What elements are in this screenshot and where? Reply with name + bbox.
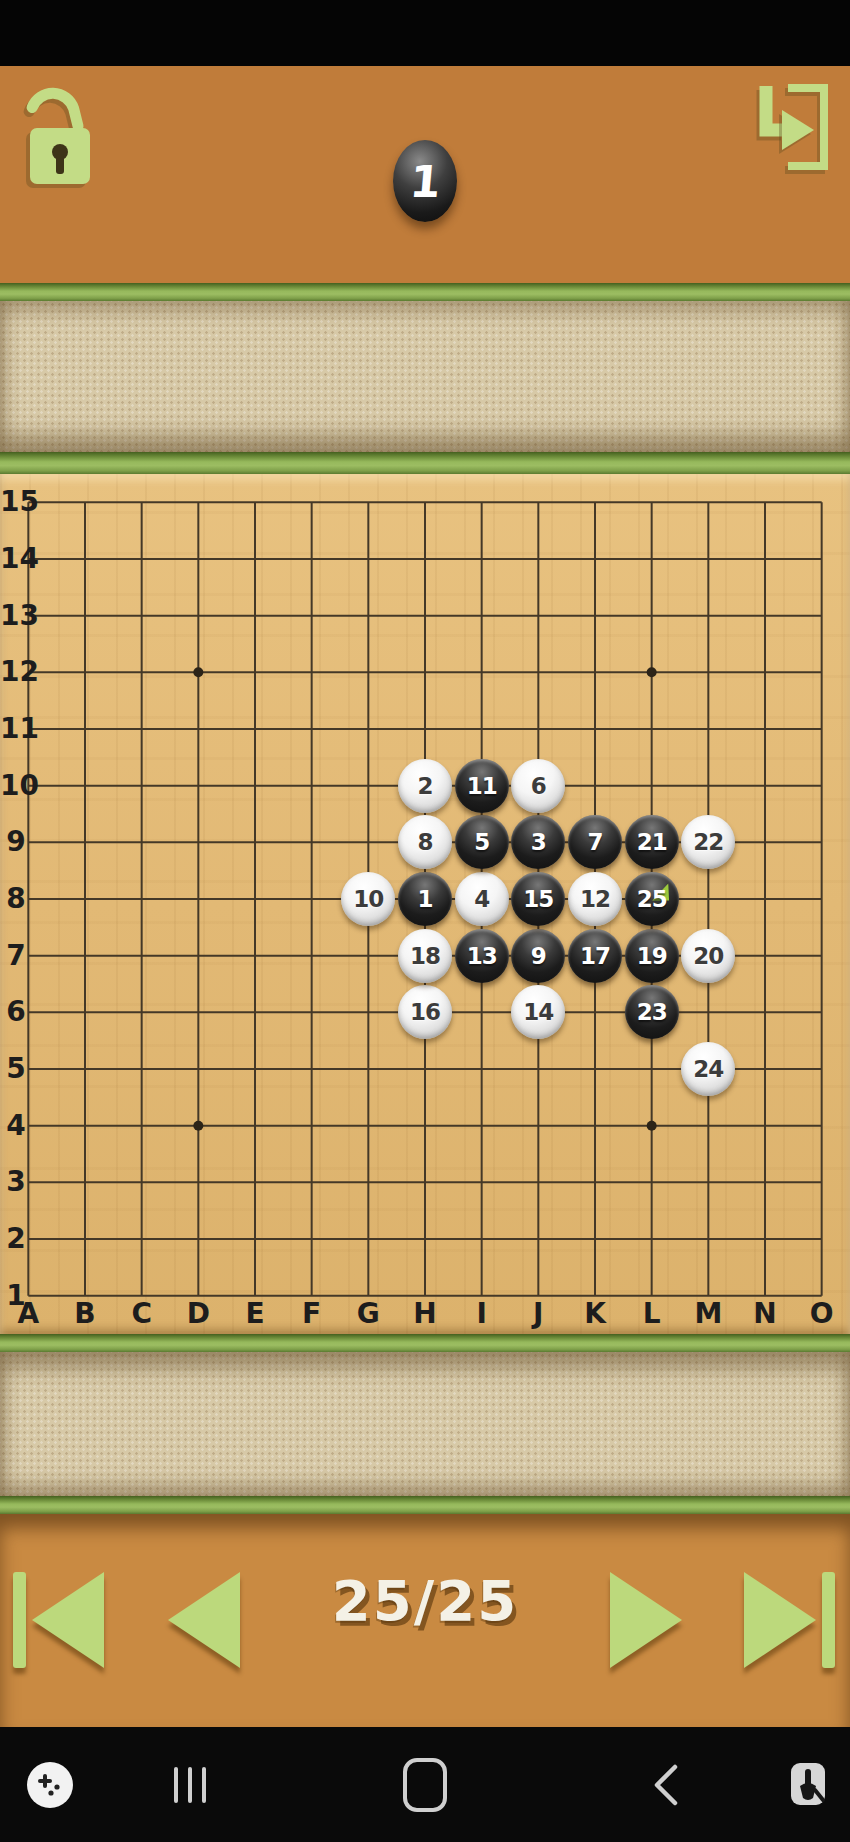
board-cell xyxy=(737,1211,794,1268)
board-cell xyxy=(170,1097,227,1154)
board-cell xyxy=(567,1154,624,1211)
board-cell xyxy=(793,1097,850,1154)
board-cell xyxy=(510,701,567,758)
stone-number: 14 xyxy=(523,999,553,1025)
home-button[interactable] xyxy=(400,1727,450,1842)
board-cell xyxy=(57,814,114,871)
stone-black-11: 11 xyxy=(455,759,509,813)
board-cell xyxy=(170,814,227,871)
board-cell xyxy=(737,587,794,644)
board-cell xyxy=(113,871,170,928)
row-label-3: 3 xyxy=(0,1166,32,1198)
stone-black-17: 17 xyxy=(568,929,622,983)
board-cell xyxy=(340,701,397,758)
board-cell xyxy=(737,701,794,758)
board-cell xyxy=(397,474,454,531)
board-cell xyxy=(227,644,284,701)
board-cell xyxy=(680,644,737,701)
board-cell xyxy=(510,1211,567,1268)
board-cell xyxy=(57,644,114,701)
move-badge-number: 1 xyxy=(407,156,442,207)
board-cell xyxy=(567,1097,624,1154)
stone-number: 1 xyxy=(417,886,432,912)
board-frame-top xyxy=(0,452,850,474)
board-cell xyxy=(623,1097,680,1154)
board-cell xyxy=(57,474,114,531)
board-cell xyxy=(283,984,340,1041)
board-cell xyxy=(397,531,454,588)
board-cell xyxy=(113,1154,170,1211)
board-cell xyxy=(567,984,624,1041)
stone-black-1: 1 xyxy=(398,872,452,926)
stone-white-8: 8 xyxy=(398,815,452,869)
board-cell xyxy=(340,1154,397,1211)
board-cell xyxy=(227,531,284,588)
row-label-6: 6 xyxy=(0,996,32,1028)
board-cell xyxy=(57,757,114,814)
stone-number: 12 xyxy=(580,886,610,912)
row-label-4: 4 xyxy=(0,1110,32,1142)
stone-black-23: 23 xyxy=(625,985,679,1039)
col-label-A: A xyxy=(8,1298,48,1330)
board-cell xyxy=(623,1154,680,1211)
stone-number: 3 xyxy=(531,829,546,855)
col-label-H: H xyxy=(405,1298,445,1330)
board-cell xyxy=(283,644,340,701)
board-cell xyxy=(793,1041,850,1098)
board-grid: 1234567891011121314151617181920212223242… xyxy=(0,474,850,1324)
board-cell xyxy=(793,927,850,984)
stone-white-24: 24 xyxy=(681,1042,735,1096)
board-cell xyxy=(793,1154,850,1211)
board-cell xyxy=(567,587,624,644)
board-cell xyxy=(283,871,340,928)
exit-icon[interactable] xyxy=(752,80,832,184)
stone-number: 9 xyxy=(531,943,546,969)
stone-number: 18 xyxy=(410,943,440,969)
stone-number: 22 xyxy=(693,829,723,855)
stone-black-5: 5 xyxy=(455,815,509,869)
board-cell xyxy=(567,1211,624,1268)
stone-number: 2 xyxy=(417,773,432,799)
board-cell xyxy=(793,757,850,814)
stone-number: 25 xyxy=(637,886,667,912)
board-cell xyxy=(283,1211,340,1268)
next-move-triangle-icon xyxy=(610,1572,682,1668)
board-cell xyxy=(453,984,510,1041)
board-cell xyxy=(453,474,510,531)
row-label-7: 7 xyxy=(0,940,32,972)
stone-number: 15 xyxy=(523,886,553,912)
last-move-bar-icon xyxy=(822,1572,835,1668)
row-label-15: 15 xyxy=(0,486,32,518)
board-cell xyxy=(170,757,227,814)
col-label-M: M xyxy=(688,1298,728,1330)
board-cell xyxy=(113,1041,170,1098)
replay-toolbar: 25/25 xyxy=(0,1514,850,1727)
row-label-14: 14 xyxy=(0,543,32,575)
board-cell xyxy=(793,701,850,758)
board-cell xyxy=(737,757,794,814)
board-cell xyxy=(57,871,114,928)
board-cell xyxy=(397,1211,454,1268)
board-cell xyxy=(57,531,114,588)
board-cell xyxy=(567,474,624,531)
board-cell xyxy=(680,1097,737,1154)
board-cell xyxy=(340,1097,397,1154)
board-cell xyxy=(793,984,850,1041)
board-cell xyxy=(680,531,737,588)
move-counter: 25/25 xyxy=(0,1568,850,1633)
stone-number: 11 xyxy=(467,773,497,799)
board-cell xyxy=(680,871,737,928)
stone-number: 8 xyxy=(417,829,432,855)
board-cell xyxy=(170,927,227,984)
board-cell xyxy=(397,587,454,644)
board-cell xyxy=(340,927,397,984)
board-cell xyxy=(623,644,680,701)
last-move-triangle-icon xyxy=(744,1572,816,1668)
board-cell xyxy=(397,1154,454,1211)
board-cell xyxy=(793,474,850,531)
board-cell xyxy=(340,814,397,871)
board-cell xyxy=(170,531,227,588)
col-label-N: N xyxy=(745,1298,785,1330)
board-cell xyxy=(510,1154,567,1211)
board-cell xyxy=(567,757,624,814)
board-cell xyxy=(283,701,340,758)
stone-number: 4 xyxy=(474,886,489,912)
game-launcher-icon xyxy=(27,1762,73,1808)
board-cell xyxy=(510,1097,567,1154)
stone-black-21: 21 xyxy=(625,815,679,869)
board-cell xyxy=(623,757,680,814)
row-label-9: 9 xyxy=(0,826,32,858)
board-cell xyxy=(227,927,284,984)
stone-black-9: 9 xyxy=(511,929,565,983)
board-cell xyxy=(510,644,567,701)
board-cell xyxy=(567,1041,624,1098)
col-label-E: E xyxy=(235,1298,275,1330)
stone-black-19: 19 xyxy=(625,929,679,983)
board-cell xyxy=(623,1041,680,1098)
board-cell xyxy=(453,1041,510,1098)
stone-number: 20 xyxy=(693,943,723,969)
recents-button[interactable] xyxy=(160,1727,220,1842)
touch-guard-icon xyxy=(787,1760,829,1810)
stone-number: 7 xyxy=(587,829,602,855)
board-cell xyxy=(113,814,170,871)
board-cell xyxy=(227,1097,284,1154)
col-label-G: G xyxy=(348,1298,388,1330)
row-label-5: 5 xyxy=(0,1053,32,1085)
board-cell xyxy=(737,474,794,531)
board-cell xyxy=(737,814,794,871)
android-nav-bar xyxy=(0,1727,850,1842)
board-cell xyxy=(170,644,227,701)
stone-black-15: 15 xyxy=(511,872,565,926)
last-move-button[interactable] xyxy=(744,1572,835,1668)
board-cell xyxy=(227,1154,284,1211)
row-label-2: 2 xyxy=(0,1223,32,1255)
board-cell xyxy=(453,531,510,588)
stone-number: 21 xyxy=(637,829,667,855)
back-button[interactable] xyxy=(640,1727,690,1842)
board-cell xyxy=(680,757,737,814)
background-texture-bottom xyxy=(0,1352,850,1496)
stone-number: 23 xyxy=(637,999,667,1025)
board-cell xyxy=(283,474,340,531)
gomoku-board[interactable]: 1234567891011121314151617181920212223242… xyxy=(0,474,850,1334)
board-cell xyxy=(283,757,340,814)
stone-black-25: 25 xyxy=(625,872,679,926)
board-frame-bottom xyxy=(0,1334,850,1352)
board-cell xyxy=(793,814,850,871)
board-cell xyxy=(340,474,397,531)
board-cell xyxy=(340,531,397,588)
stone-number: 17 xyxy=(580,943,610,969)
status-bar xyxy=(0,0,850,66)
board-cell xyxy=(170,984,227,1041)
col-label-J: J xyxy=(518,1298,558,1330)
board-cell xyxy=(793,587,850,644)
board-cell xyxy=(623,701,680,758)
board-cell xyxy=(170,1154,227,1211)
board-cell xyxy=(227,1211,284,1268)
board-cell xyxy=(57,984,114,1041)
col-label-I: I xyxy=(462,1298,502,1330)
row-label-12: 12 xyxy=(0,656,32,688)
stone-number: 10 xyxy=(353,886,383,912)
board-cell xyxy=(170,1041,227,1098)
board-cell xyxy=(170,871,227,928)
board-cell xyxy=(623,474,680,531)
board-cell xyxy=(113,1211,170,1268)
board-cell xyxy=(57,1154,114,1211)
board-cell xyxy=(453,1154,510,1211)
board-cell xyxy=(453,644,510,701)
divider-strip-bottom xyxy=(0,1496,850,1514)
board-cell xyxy=(57,1211,114,1268)
board-cell xyxy=(283,587,340,644)
board-cell xyxy=(737,1097,794,1154)
header: 1 마요네즈카레1 VS Danielyun09 xyxy=(0,66,850,283)
board-cell xyxy=(57,927,114,984)
recents-icon xyxy=(174,1767,206,1803)
back-icon xyxy=(651,1763,679,1807)
stone-number: 5 xyxy=(474,829,489,855)
board-cell xyxy=(340,757,397,814)
board-cell xyxy=(510,531,567,588)
board-cell xyxy=(793,1211,850,1268)
board-cell xyxy=(113,701,170,758)
background-texture-top xyxy=(0,301,850,452)
stone-number: 6 xyxy=(531,773,546,799)
board-cell xyxy=(340,587,397,644)
board-cell xyxy=(227,1041,284,1098)
board-cell xyxy=(737,871,794,928)
board-cell xyxy=(57,1041,114,1098)
board-cell xyxy=(170,474,227,531)
divider-strip-top xyxy=(0,283,850,301)
board-cell xyxy=(227,587,284,644)
board-cell xyxy=(283,1041,340,1098)
board-cell xyxy=(170,701,227,758)
board-cell xyxy=(283,1154,340,1211)
stone-number: 16 xyxy=(410,999,440,1025)
stone-number: 13 xyxy=(467,943,497,969)
board-cell xyxy=(397,1041,454,1098)
col-label-K: K xyxy=(575,1298,615,1330)
board-cell xyxy=(510,474,567,531)
board-cell xyxy=(57,1097,114,1154)
board-cell xyxy=(623,1211,680,1268)
board-cell xyxy=(623,531,680,588)
board-cell xyxy=(57,587,114,644)
board-cell xyxy=(397,701,454,758)
board-cell xyxy=(737,984,794,1041)
board-cell xyxy=(680,587,737,644)
stone-white-20: 20 xyxy=(681,929,735,983)
row-label-11: 11 xyxy=(0,713,32,745)
home-icon xyxy=(403,1758,447,1812)
board-cell xyxy=(340,984,397,1041)
board-cell xyxy=(227,757,284,814)
board-cell xyxy=(680,1211,737,1268)
row-label-8: 8 xyxy=(0,883,32,915)
board-cell xyxy=(397,1097,454,1154)
board-cell xyxy=(737,531,794,588)
board-cell xyxy=(793,531,850,588)
board-cell xyxy=(227,701,284,758)
board-cell xyxy=(340,644,397,701)
board-cell xyxy=(227,984,284,1041)
board-cell xyxy=(453,1211,510,1268)
board-cell xyxy=(510,1041,567,1098)
board-cell xyxy=(793,871,850,928)
stone-white-2: 2 xyxy=(398,759,452,813)
board-cell xyxy=(283,1097,340,1154)
row-label-13: 13 xyxy=(0,600,32,632)
board-cell xyxy=(453,587,510,644)
col-label-D: D xyxy=(178,1298,218,1330)
stone-black-7: 7 xyxy=(568,815,622,869)
board-cell xyxy=(737,927,794,984)
col-label-L: L xyxy=(632,1298,672,1330)
board-cell xyxy=(113,927,170,984)
board-cell xyxy=(227,814,284,871)
unlock-icon[interactable] xyxy=(18,78,96,190)
board-cell xyxy=(510,587,567,644)
board-cell xyxy=(680,474,737,531)
board-cell xyxy=(113,474,170,531)
board-cell xyxy=(227,474,284,531)
col-label-C: C xyxy=(122,1298,162,1330)
board-cell xyxy=(283,814,340,871)
board-cell xyxy=(283,927,340,984)
stone-white-10: 10 xyxy=(341,872,395,926)
stone-white-12: 12 xyxy=(568,872,622,926)
stone-number: 19 xyxy=(637,943,667,969)
board-cell xyxy=(397,644,454,701)
stone-number: 24 xyxy=(693,1056,723,1082)
stone-white-16: 16 xyxy=(398,985,452,1039)
row-label-10: 10 xyxy=(0,770,32,802)
board-cell xyxy=(623,587,680,644)
game-launcher-button[interactable] xyxy=(22,1727,78,1842)
board-cell xyxy=(170,1211,227,1268)
board-cell xyxy=(567,531,624,588)
stone-white-6: 6 xyxy=(511,759,565,813)
stone-white-18: 18 xyxy=(398,929,452,983)
board-cell xyxy=(113,531,170,588)
board-cell xyxy=(113,587,170,644)
board-cell xyxy=(113,984,170,1041)
board-cell xyxy=(793,644,850,701)
board-cell xyxy=(113,757,170,814)
board-cell xyxy=(57,701,114,758)
next-move-button[interactable] xyxy=(610,1572,682,1668)
board-cell xyxy=(227,871,284,928)
stone-black-13: 13 xyxy=(455,929,509,983)
col-label-F: F xyxy=(292,1298,332,1330)
board-cell xyxy=(737,644,794,701)
board-cell xyxy=(680,1154,737,1211)
stone-white-4: 4 xyxy=(455,872,509,926)
board-cell xyxy=(567,644,624,701)
board-cell xyxy=(113,644,170,701)
board-cell xyxy=(113,1097,170,1154)
board-cell xyxy=(283,531,340,588)
board-cell xyxy=(680,701,737,758)
touch-guard-button[interactable] xyxy=(782,1727,834,1842)
board-cell xyxy=(340,1211,397,1268)
board-cell xyxy=(680,984,737,1041)
board-cell xyxy=(737,1041,794,1098)
move-number-badge: 1 xyxy=(393,140,457,222)
board-cell xyxy=(453,1097,510,1154)
board-cell xyxy=(170,587,227,644)
col-label-B: B xyxy=(65,1298,105,1330)
board-cell xyxy=(567,701,624,758)
board-cell xyxy=(737,1154,794,1211)
board-cell xyxy=(453,701,510,758)
board-cell xyxy=(340,1041,397,1098)
col-label-O: O xyxy=(802,1298,842,1330)
